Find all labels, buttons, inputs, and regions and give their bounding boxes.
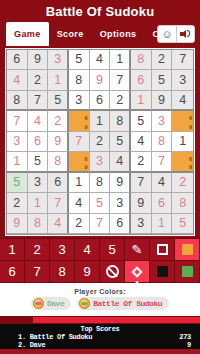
score-player-name: 2. Dave [18, 341, 45, 349]
sudoku-cell-r7c1[interactable]: 5 [7, 173, 28, 193]
sudoku-cell-r2c1[interactable]: 4 [7, 70, 28, 90]
pencil-marks: 69 [85, 157, 88, 169]
score-row: 1. Battle Of Sudoku273 [0, 333, 200, 341]
emote-button[interactable]: ☺ [158, 26, 176, 42]
number-toolbar: 12345✎ 6789 [0, 238, 200, 282]
player-colors-section: Player Colors: DaveBattle Of Sudoku [0, 282, 200, 316]
sudoku-cell-r2c2[interactable]: 2 [28, 70, 49, 90]
pencil-marks: 69 [85, 116, 88, 129]
sudoku-cell-r2c8[interactable]: 5 [152, 70, 173, 90]
sudoku-cell-r3c8[interactable]: 9 [152, 91, 173, 111]
sudoku-cell-r4c4[interactable]: 69 [69, 111, 90, 131]
sound-button[interactable] [176, 26, 194, 42]
sudoku-cell-r1c5[interactable]: 4 [90, 50, 111, 70]
sudoku-cell-r7c8[interactable]: 4 [152, 173, 173, 193]
player-pill-2: Battle Of Sudoku [77, 297, 169, 310]
top-scores-panel: Top Scores 1. Battle Of Sudoku2732. Dave… [0, 324, 200, 349]
sudoku-cell-r9c5[interactable]: 7 [90, 214, 111, 234]
sudoku-cell-r5c8[interactable]: 8 [152, 132, 173, 152]
sudoku-cell-r8c7[interactable]: 9 [131, 193, 152, 213]
sudoku-cell-r6c8[interactable]: 7 [152, 152, 173, 172]
digit-4-button[interactable]: 4 [75, 239, 100, 261]
digit-2-button[interactable]: 2 [25, 239, 50, 261]
toolbar-row-2: 6789 [0, 261, 200, 283]
sudoku-cell-r8c6[interactable]: 3 [110, 193, 131, 213]
sudoku-cell-r8c2[interactable]: 1 [28, 193, 49, 213]
board-frame: 6935418274218976538753621947426918536936… [5, 48, 195, 236]
sudoku-cell-r7c3[interactable]: 6 [48, 173, 69, 193]
color-swatch-green [182, 266, 193, 277]
sudoku-cell-r5c5[interactable]: 2 [90, 132, 111, 152]
player-name: Dave [47, 299, 64, 308]
tab-bar-tabs: GameScoreOptionsChat [6, 22, 182, 46]
sudoku-cell-r9c1[interactable]: 9 [7, 214, 28, 234]
sudoku-cell-r2c4[interactable]: 8 [69, 70, 90, 90]
score-row: 2. Dave9 [0, 341, 200, 349]
sudoku-cell-r7c6[interactable]: 9 [110, 173, 131, 193]
sudoku-cell-r9c7[interactable]: 3 [131, 214, 152, 234]
digit-1-button[interactable]: 1 [0, 239, 25, 261]
digit-5-button[interactable]: 5 [100, 239, 125, 261]
sudoku-cell-r2c7[interactable]: 6 [131, 70, 152, 90]
color-swatch-orange [182, 244, 193, 255]
sudoku-cell-r1c6[interactable]: 1 [110, 50, 131, 70]
sudoku-cell-r4c8[interactable]: 3 [152, 111, 173, 131]
board-section: 6935418274218976538753621947426918536936… [0, 46, 200, 238]
sudoku-cell-r4c6[interactable]: 8 [110, 111, 131, 131]
sudoku-cell-r2c3[interactable]: 1 [48, 70, 69, 90]
sudoku-cell-r6c6[interactable]: 4 [110, 152, 131, 172]
top-scores-rows: 1. Battle Of Sudoku2732. Dave9 [0, 333, 200, 349]
pencil-marks: 69 [189, 157, 192, 169]
sudoku-cell-r4c9[interactable]: 69 [172, 111, 193, 131]
pencil-marks: 69 [189, 116, 192, 129]
sudoku-cell-r4c3[interactable]: 2 [48, 111, 69, 131]
player-pills: DaveBattle Of Sudoku [28, 297, 172, 310]
sudoku-cell-r7c2[interactable]: 3 [28, 173, 49, 193]
sudoku-cell-r7c9[interactable]: 2 [172, 173, 193, 193]
player-pill-1: Dave [31, 297, 71, 310]
sudoku-cell-r9c9[interactable]: 5 [172, 214, 193, 234]
digit-6-button[interactable]: 6 [0, 261, 25, 283]
score-value: 9 [187, 341, 191, 349]
sudoku-cell-r6c4[interactable]: 69 [69, 152, 90, 172]
sudoku-cell-r6c1[interactable]: 1 [7, 152, 28, 172]
sudoku-cell-r5c9[interactable]: 1 [172, 132, 193, 152]
score-player-name: 1. Battle Of Sudoku [18, 333, 92, 341]
sudoku-cell-r3c7[interactable]: 1 [131, 91, 152, 111]
digit-8-button[interactable]: 8 [50, 261, 75, 283]
digit-9-button[interactable]: 9 [75, 261, 100, 283]
sudoku-cell-r3c9[interactable]: 4 [172, 91, 193, 111]
sudoku-cell-r6c3[interactable]: 8 [48, 152, 69, 172]
digit-3-button[interactable]: 3 [50, 239, 75, 261]
sudoku-cell-r3c1[interactable]: 8 [7, 91, 28, 111]
color-swatch-green-button[interactable] [175, 261, 200, 283]
tab-bar-icon-group: ☺ [157, 25, 195, 43]
sudoku-cell-r3c2[interactable]: 7 [28, 91, 49, 111]
player-name: Battle Of Sudoku [93, 299, 162, 308]
score-value: 273 [179, 333, 191, 341]
diamond-dot-button[interactable] [125, 261, 150, 283]
sudoku-cell-r5c6[interactable]: 5 [110, 132, 131, 152]
sudoku-cell-r3c3[interactable]: 5 [48, 91, 69, 111]
sudoku-cell-r9c3[interactable]: 4 [48, 214, 69, 234]
no-symbol-button[interactable] [100, 261, 125, 283]
sudoku-cell-r8c3[interactable]: 7 [48, 193, 69, 213]
sudoku-cell-r6c7[interactable]: 2 [131, 152, 152, 172]
tab-score[interactable]: Score [49, 22, 92, 46]
speaker-icon [180, 29, 191, 39]
sudoku-cell-r7c5[interactable]: 8 [90, 173, 111, 193]
sudoku-cell-r4c1[interactable]: 7 [7, 111, 28, 131]
sudoku-cell-r1c8[interactable]: 2 [152, 50, 173, 70]
sudoku-cell-r8c4[interactable]: 4 [69, 193, 90, 213]
red-divider-bar [0, 316, 200, 324]
sudoku-cell-r7c7[interactable]: 7 [131, 173, 152, 193]
sudoku-cell-r7c4[interactable]: 1 [69, 173, 90, 193]
sudoku-cell-r2c6[interactable]: 7 [110, 70, 131, 90]
player-avatar-icon [33, 298, 44, 309]
sudoku-cell-r1c4[interactable]: 5 [69, 50, 90, 70]
sudoku-cell-r8c5[interactable]: 5 [90, 193, 111, 213]
sudoku-cell-r9c6[interactable]: 6 [110, 214, 131, 234]
sudoku-cell-r6c5[interactable]: 3 [90, 152, 111, 172]
app-window: Battle Of Sudoku GameScoreOptionsChat ☺ … [0, 0, 200, 354]
sudoku-cell-r1c1[interactable]: 6 [7, 50, 28, 70]
sudoku-cell-r9c2[interactable]: 8 [28, 214, 49, 234]
pencil-icon: ✎ [132, 243, 143, 256]
player-colors-label: Player Colors: [74, 288, 126, 295]
sudoku-cell-r8c9[interactable]: 8 [172, 193, 193, 213]
digit-7-button[interactable]: 7 [25, 261, 50, 283]
sudoku-cell-r3c6[interactable]: 2 [110, 91, 131, 111]
sudoku-cell-r9c4[interactable]: 2 [69, 214, 90, 234]
sudoku-cell-r8c1[interactable]: 2 [7, 193, 28, 213]
sudoku-cell-r1c9[interactable]: 7 [172, 50, 193, 70]
square-outline-button[interactable] [150, 239, 175, 261]
color-swatch-black [157, 266, 168, 277]
sudoku-cell-r8c8[interactable]: 6 [152, 193, 173, 213]
sudoku-cell-r2c9[interactable]: 3 [172, 70, 193, 90]
sudoku-cell-r5c2[interactable]: 6 [28, 132, 49, 152]
sudoku-cell-r4c2[interactable]: 4 [28, 111, 49, 131]
tab-bar: GameScoreOptionsChat ☺ [0, 22, 200, 46]
color-swatch-orange-button[interactable] [175, 239, 200, 261]
diamond-dot-icon [131, 266, 142, 277]
sudoku-cell-r5c7[interactable]: 4 [131, 132, 152, 152]
sudoku-cell-r2c5[interactable]: 9 [90, 70, 111, 90]
toolbar-row-1: 12345✎ [0, 239, 200, 261]
tab-options[interactable]: Options [92, 22, 145, 46]
sudoku-cell-r5c3[interactable]: 9 [48, 132, 69, 152]
bottom-bar [0, 349, 200, 354]
pencil-button[interactable]: ✎ [125, 239, 150, 261]
sudoku-cell-r3c4[interactable]: 3 [69, 91, 90, 111]
sudoku-cell-r1c2[interactable]: 9 [28, 50, 49, 70]
top-scores-title: Top Scores [0, 325, 200, 333]
sudoku-cell-r3c5[interactable]: 6 [90, 91, 111, 111]
sudoku-cell-r9c8[interactable]: 1 [152, 214, 173, 234]
tab-game[interactable]: Game [6, 22, 49, 46]
sudoku-cell-r1c3[interactable]: 3 [48, 50, 69, 70]
sudoku-cell-r4c7[interactable]: 5 [131, 111, 152, 131]
sudoku-cell-r1c7[interactable]: 8 [131, 50, 152, 70]
sudoku-cell-r5c1[interactable]: 3 [7, 132, 28, 152]
app-title: Battle Of Sudoku [46, 4, 155, 19]
red-divider-fill [33, 317, 200, 323]
color-swatch-black-button[interactable] [150, 261, 175, 283]
sudoku-cell-r4c5[interactable]: 1 [90, 111, 111, 131]
smiley-icon: ☺ [161, 29, 172, 40]
player-avatar-icon [79, 298, 90, 309]
sudoku-cell-r6c9[interactable]: 69 [172, 152, 193, 172]
square-outline-icon [157, 244, 168, 255]
sudoku-cell-r5c4[interactable]: 7 [69, 132, 90, 152]
sudoku-grid: 6935418274218976538753621947426918536936… [6, 49, 194, 235]
title-bar: Battle Of Sudoku [0, 0, 200, 22]
sudoku-cell-r6c2[interactable]: 5 [28, 152, 49, 172]
no-symbol-icon [106, 265, 119, 278]
